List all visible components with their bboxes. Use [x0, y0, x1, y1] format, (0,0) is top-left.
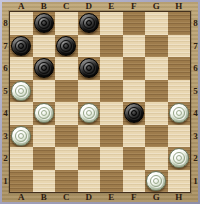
- rank-label-right-7: 7: [191, 35, 200, 58]
- square-g6[interactable]: [145, 57, 168, 80]
- square-d1[interactable]: [78, 170, 101, 193]
- rank-label-left-7: 7: [1, 35, 10, 58]
- square-e7[interactable]: [100, 35, 123, 58]
- square-b2[interactable]: [33, 147, 56, 170]
- black-man[interactable]: [34, 58, 54, 78]
- square-f8[interactable]: [123, 12, 146, 35]
- square-h3[interactable]: [168, 125, 191, 148]
- square-b5[interactable]: [33, 80, 56, 103]
- rank-label-left-3: 3: [1, 125, 10, 148]
- square-d2[interactable]: [78, 147, 101, 170]
- square-a6[interactable]: [10, 57, 33, 80]
- square-d5[interactable]: [78, 80, 101, 103]
- square-c6[interactable]: [55, 57, 78, 80]
- board[interactable]: [10, 12, 190, 192]
- square-e6[interactable]: [100, 57, 123, 80]
- square-c8[interactable]: [55, 12, 78, 35]
- file-label-top-g: G: [145, 1, 168, 12]
- white-man[interactable]: [11, 126, 31, 146]
- square-b8[interactable]: [33, 12, 56, 35]
- black-man[interactable]: [124, 103, 144, 123]
- checkers-app: AABBCCDDEEFFGGHH8877665544332211: [0, 0, 200, 204]
- square-c3[interactable]: [55, 125, 78, 148]
- square-f6[interactable]: [123, 57, 146, 80]
- rank-label-right-1: 1: [191, 170, 200, 193]
- square-f7[interactable]: [123, 35, 146, 58]
- square-h2[interactable]: [168, 147, 191, 170]
- white-man[interactable]: [34, 103, 54, 123]
- square-a4[interactable]: [10, 102, 33, 125]
- square-h5[interactable]: [168, 80, 191, 103]
- square-h4[interactable]: [168, 102, 191, 125]
- square-d7[interactable]: [78, 35, 101, 58]
- black-man[interactable]: [79, 13, 99, 33]
- board-frame: AABBCCDDEEFFGGHH8877665544332211: [2, 2, 198, 202]
- square-a5[interactable]: [10, 80, 33, 103]
- square-h6[interactable]: [168, 57, 191, 80]
- square-a2[interactable]: [10, 147, 33, 170]
- file-label-bottom-b: B: [33, 192, 56, 203]
- square-d3[interactable]: [78, 125, 101, 148]
- black-man[interactable]: [11, 36, 31, 56]
- rank-label-left-1: 1: [1, 170, 10, 193]
- square-b6[interactable]: [33, 57, 56, 80]
- square-g2[interactable]: [145, 147, 168, 170]
- square-a7[interactable]: [10, 35, 33, 58]
- square-f3[interactable]: [123, 125, 146, 148]
- file-label-bottom-d: D: [78, 192, 101, 203]
- square-a3[interactable]: [10, 125, 33, 148]
- file-label-top-c: C: [55, 1, 78, 12]
- square-g3[interactable]: [145, 125, 168, 148]
- rank-label-right-8: 8: [191, 12, 200, 35]
- file-label-top-h: H: [168, 1, 191, 12]
- rank-label-left-2: 2: [1, 147, 10, 170]
- white-man[interactable]: [11, 81, 31, 101]
- file-label-top-b: B: [33, 1, 56, 12]
- file-label-bottom-g: G: [145, 192, 168, 203]
- file-label-top-d: D: [78, 1, 101, 12]
- square-e3[interactable]: [100, 125, 123, 148]
- square-f2[interactable]: [123, 147, 146, 170]
- white-man[interactable]: [79, 103, 99, 123]
- rank-label-right-6: 6: [191, 57, 200, 80]
- square-g1[interactable]: [145, 170, 168, 193]
- square-b4[interactable]: [33, 102, 56, 125]
- file-label-top-f: F: [123, 1, 146, 12]
- square-h8[interactable]: [168, 12, 191, 35]
- square-f4[interactable]: [123, 102, 146, 125]
- rank-label-left-6: 6: [1, 57, 10, 80]
- square-c2[interactable]: [55, 147, 78, 170]
- rank-label-left-5: 5: [1, 80, 10, 103]
- square-f1[interactable]: [123, 170, 146, 193]
- square-d4[interactable]: [78, 102, 101, 125]
- square-d8[interactable]: [78, 12, 101, 35]
- white-man[interactable]: [146, 171, 166, 191]
- black-man[interactable]: [34, 13, 54, 33]
- square-b7[interactable]: [33, 35, 56, 58]
- square-g8[interactable]: [145, 12, 168, 35]
- square-c7[interactable]: [55, 35, 78, 58]
- square-g4[interactable]: [145, 102, 168, 125]
- square-g5[interactable]: [145, 80, 168, 103]
- black-man[interactable]: [56, 36, 76, 56]
- square-d6[interactable]: [78, 57, 101, 80]
- file-label-bottom-h: H: [168, 192, 191, 203]
- square-e8[interactable]: [100, 12, 123, 35]
- square-b3[interactable]: [33, 125, 56, 148]
- square-c1[interactable]: [55, 170, 78, 193]
- square-a1[interactable]: [10, 170, 33, 193]
- file-label-bottom-e: E: [100, 192, 123, 203]
- square-b1[interactable]: [33, 170, 56, 193]
- square-e4[interactable]: [100, 102, 123, 125]
- file-label-bottom-a: A: [10, 192, 33, 203]
- square-f5[interactable]: [123, 80, 146, 103]
- rank-label-right-5: 5: [191, 80, 200, 103]
- file-label-bottom-c: C: [55, 192, 78, 203]
- square-c4[interactable]: [55, 102, 78, 125]
- file-label-top-a: A: [10, 1, 33, 12]
- file-label-bottom-f: F: [123, 192, 146, 203]
- file-label-top-e: E: [100, 1, 123, 12]
- square-h1[interactable]: [168, 170, 191, 193]
- rank-label-right-4: 4: [191, 102, 200, 125]
- square-c5[interactable]: [55, 80, 78, 103]
- rank-label-left-4: 4: [1, 102, 10, 125]
- rank-label-right-2: 2: [191, 147, 200, 170]
- square-e5[interactable]: [100, 80, 123, 103]
- square-e2[interactable]: [100, 147, 123, 170]
- rank-label-left-8: 8: [1, 12, 10, 35]
- square-a8[interactable]: [10, 12, 33, 35]
- square-h7[interactable]: [168, 35, 191, 58]
- white-man[interactable]: [169, 103, 189, 123]
- square-e1[interactable]: [100, 170, 123, 193]
- rank-label-right-3: 3: [191, 125, 200, 148]
- square-g7[interactable]: [145, 35, 168, 58]
- black-man[interactable]: [79, 58, 99, 78]
- white-man[interactable]: [169, 148, 189, 168]
